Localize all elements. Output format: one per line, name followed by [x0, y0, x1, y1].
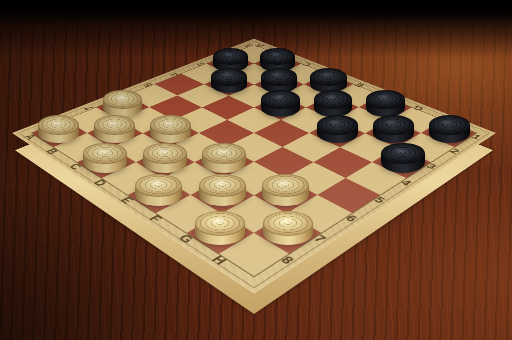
- piece-dark-D3[interactable]: [261, 90, 300, 117]
- piece-top: [211, 68, 248, 86]
- piece-top: [261, 68, 298, 86]
- piece-top: [150, 115, 191, 135]
- piece-top: [103, 90, 142, 109]
- piece-light-A6[interactable]: [103, 90, 142, 117]
- piece-light-C8[interactable]: [83, 143, 127, 173]
- piece-top: [195, 211, 245, 236]
- piece-top: [83, 143, 127, 165]
- piece-dark-H1[interactable]: [429, 115, 470, 144]
- piece-light-A8[interactable]: [38, 115, 79, 144]
- piece-top: [94, 115, 135, 135]
- piece-top: [263, 211, 313, 236]
- piece-light-E8[interactable]: [135, 174, 182, 206]
- piece-dark-E2[interactable]: [314, 90, 353, 117]
- piece-top: [260, 48, 295, 65]
- piece-light-G8[interactable]: [195, 211, 245, 245]
- piece-top: [373, 115, 414, 135]
- piece-dark-B3[interactable]: [211, 68, 248, 94]
- piece-light-C6[interactable]: [150, 115, 191, 144]
- piece-top: [261, 90, 300, 109]
- piece-top: [213, 48, 248, 65]
- piece-dark-H3[interactable]: [381, 143, 425, 173]
- piece-top: [429, 115, 470, 135]
- piece-top: [310, 68, 347, 86]
- piece-light-G6[interactable]: [262, 174, 309, 206]
- piece-dark-F3[interactable]: [317, 115, 358, 144]
- piece-light-H7[interactable]: [263, 211, 313, 245]
- piece-light-D7[interactable]: [143, 143, 187, 173]
- piece-top: [38, 115, 79, 135]
- piece-top: [317, 115, 358, 135]
- scene: AABBCCDDEEFFGGHH1122334455667788: [0, 0, 512, 340]
- piece-light-B7[interactable]: [94, 115, 135, 144]
- piece-top: [314, 90, 353, 109]
- piece-top: [366, 90, 405, 109]
- piece-top: [381, 143, 425, 165]
- piece-top: [202, 143, 246, 165]
- piece-dark-F1[interactable]: [366, 90, 405, 117]
- piece-light-E6[interactable]: [202, 143, 246, 173]
- piece-dark-G2[interactable]: [373, 115, 414, 144]
- piece-light-F7[interactable]: [199, 174, 246, 206]
- piece-top: [143, 143, 187, 165]
